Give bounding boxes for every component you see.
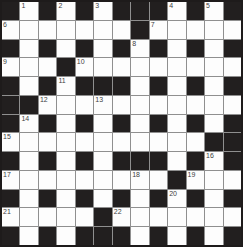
- black-cell-r3c13: [224, 40, 241, 58]
- cell-r8c4[interactable]: [57, 133, 74, 151]
- crossword-page: 12345678910111213141516171819202122: [0, 0, 243, 247]
- cell-r5c8[interactable]: [131, 77, 148, 95]
- cell-r3c6[interactable]: [94, 40, 111, 58]
- cell-r8c8[interactable]: [131, 133, 148, 151]
- cell-r4c2[interactable]: [20, 58, 37, 76]
- cell-r10c7[interactable]: [113, 171, 130, 189]
- cell-r8c7[interactable]: [113, 133, 130, 151]
- cell-r2c13[interactable]: [224, 21, 241, 39]
- cell-r6c4[interactable]: [57, 96, 74, 114]
- cell-r13c8[interactable]: [131, 227, 148, 245]
- cell-r12c13[interactable]: [224, 208, 241, 226]
- cell-r13c2[interactable]: [20, 227, 37, 245]
- cell-r9c4[interactable]: [57, 152, 74, 170]
- cell-r10c9[interactable]: [150, 171, 167, 189]
- cell-r8c5[interactable]: [76, 133, 93, 151]
- cell-r4c1[interactable]: 9: [2, 58, 19, 76]
- black-cell-r13c11: [187, 227, 204, 245]
- cell-r13c10[interactable]: [168, 227, 185, 245]
- cell-r4c5[interactable]: 10: [76, 58, 93, 76]
- clue-number-11: 11: [58, 77, 65, 85]
- cell-r2c9[interactable]: 7: [150, 21, 167, 39]
- cell-r11c8[interactable]: [131, 190, 148, 208]
- black-cell-r3c9: [150, 40, 167, 58]
- black-cell-r13c6: [94, 227, 111, 245]
- cell-r8c2[interactable]: [20, 133, 37, 151]
- black-cell-r13c3: [39, 227, 56, 245]
- cell-r1c6[interactable]: 3: [94, 2, 111, 20]
- cell-r5c12[interactable]: [205, 77, 222, 95]
- black-cell-r1c3: [39, 2, 56, 20]
- black-cell-r9c13: [224, 152, 241, 170]
- cell-r12c3[interactable]: [39, 208, 56, 226]
- cell-r12c12[interactable]: [205, 208, 222, 226]
- cell-r7c2[interactable]: 14: [20, 115, 37, 133]
- cell-r9c10[interactable]: [168, 152, 185, 170]
- clue-number-6: 6: [3, 21, 7, 29]
- cell-r1c2[interactable]: 1: [20, 2, 37, 20]
- black-cell-r1c5: [76, 2, 93, 20]
- black-cell-r6c2: [20, 96, 37, 114]
- cell-r6c13[interactable]: [224, 96, 241, 114]
- cell-r4c10[interactable]: [168, 58, 185, 76]
- clue-number-1: 1: [21, 2, 25, 10]
- cell-r2c1[interactable]: 6: [2, 21, 19, 39]
- cell-r2c7[interactable]: [113, 21, 130, 39]
- black-cell-r1c9: [150, 2, 167, 20]
- cell-r1c10[interactable]: 4: [168, 2, 185, 20]
- black-cell-r1c1: [2, 2, 19, 20]
- cell-r2c2[interactable]: [20, 21, 37, 39]
- clue-number-13: 13: [95, 96, 103, 104]
- cell-r13c12[interactable]: [205, 227, 222, 245]
- cell-r4c9[interactable]: [150, 58, 167, 76]
- black-cell-r7c3: [39, 115, 56, 133]
- black-cell-r9c5: [76, 152, 93, 170]
- cell-r8c10[interactable]: [168, 133, 185, 151]
- cell-r11c2[interactable]: [20, 190, 37, 208]
- cell-r6c5[interactable]: [76, 96, 93, 114]
- black-cell-r11c7: [113, 190, 130, 208]
- black-cell-r9c9: [150, 152, 167, 170]
- clue-number-10: 10: [77, 58, 85, 66]
- clue-number-4: 4: [169, 2, 173, 10]
- cell-r8c9[interactable]: [150, 133, 167, 151]
- black-cell-r5c1: [2, 77, 19, 95]
- cell-r10c6[interactable]: [94, 171, 111, 189]
- black-cell-r5c6: [94, 77, 111, 95]
- black-cell-r5c3: [39, 77, 56, 95]
- black-cell-r1c11: [187, 2, 204, 20]
- cell-r3c12[interactable]: [205, 40, 222, 58]
- cell-r10c3[interactable]: [39, 171, 56, 189]
- black-cell-r5c11: [187, 77, 204, 95]
- black-cell-r7c9: [150, 115, 167, 133]
- black-cell-r5c9: [150, 77, 167, 95]
- cell-r9c6[interactable]: [94, 152, 111, 170]
- clue-number-15: 15: [3, 133, 11, 141]
- black-cell-r7c13: [224, 115, 241, 133]
- black-cell-r11c11: [187, 190, 204, 208]
- black-cell-r1c7: [113, 2, 130, 20]
- cell-r3c2[interactable]: [20, 40, 37, 58]
- cell-r2c11[interactable]: [187, 21, 204, 39]
- cell-r8c3[interactable]: [39, 133, 56, 151]
- cell-r12c1[interactable]: 21: [2, 208, 19, 226]
- cell-r11c12[interactable]: [205, 190, 222, 208]
- cell-r6c7[interactable]: [113, 96, 130, 114]
- cell-r6c9[interactable]: [150, 96, 167, 114]
- black-cell-r11c9: [150, 190, 167, 208]
- cell-r10c12[interactable]: [205, 171, 222, 189]
- cell-r4c12[interactable]: [205, 58, 222, 76]
- black-cell-r7c7: [113, 115, 130, 133]
- black-cell-r9c1: [2, 152, 19, 170]
- clue-number-17: 17: [3, 171, 11, 179]
- cell-r6c12[interactable]: [205, 96, 222, 114]
- cell-r12c7[interactable]: 22: [113, 208, 130, 226]
- clue-number-8: 8: [132, 40, 136, 48]
- clue-number-3: 3: [95, 2, 99, 10]
- black-cell-r1c13: [224, 2, 241, 20]
- cell-r6c3[interactable]: 12: [39, 96, 56, 114]
- black-cell-r3c3: [39, 40, 56, 58]
- cell-r9c2[interactable]: [20, 152, 37, 170]
- black-cell-r8c12: [205, 133, 222, 151]
- cell-r13c4[interactable]: [57, 227, 74, 245]
- black-cell-r9c7: [113, 152, 130, 170]
- clue-number-22: 22: [114, 208, 122, 216]
- cell-r4c6[interactable]: [94, 58, 111, 76]
- black-cell-r4c4: [57, 58, 74, 76]
- black-cell-r7c1: [2, 115, 19, 133]
- cell-r10c11[interactable]: 19: [187, 171, 204, 189]
- black-cell-r8c13: [224, 133, 241, 151]
- cell-r8c6[interactable]: [94, 133, 111, 151]
- cell-r12c2[interactable]: [20, 208, 37, 226]
- clue-number-19: 19: [188, 171, 196, 179]
- black-cell-r1c8: [131, 2, 148, 20]
- cell-r3c10[interactable]: [168, 40, 185, 58]
- clue-number-20: 20: [169, 190, 177, 198]
- cell-r6c11[interactable]: [187, 96, 204, 114]
- cell-r7c12[interactable]: [205, 115, 222, 133]
- clue-number-2: 2: [58, 2, 62, 10]
- cell-r7c10[interactable]: [168, 115, 185, 133]
- black-cell-r9c8: [131, 152, 148, 170]
- cell-r10c1[interactable]: 17: [2, 171, 19, 189]
- cell-r4c7[interactable]: [113, 58, 130, 76]
- cell-r10c4[interactable]: [57, 171, 74, 189]
- black-cell-r11c13: [224, 190, 241, 208]
- black-cell-r12c6: [94, 208, 111, 226]
- clue-number-7: 7: [151, 21, 155, 29]
- cell-r3c4[interactable]: [57, 40, 74, 58]
- cell-r2c10[interactable]: [168, 21, 185, 39]
- black-cell-r10c10: [168, 171, 185, 189]
- cell-r7c8[interactable]: [131, 115, 148, 133]
- cell-r8c11[interactable]: [187, 133, 204, 151]
- cell-r2c6[interactable]: [94, 21, 111, 39]
- cell-r2c3[interactable]: [39, 21, 56, 39]
- clue-number-14: 14: [21, 115, 29, 123]
- clue-number-9: 9: [3, 58, 7, 66]
- cell-r2c12[interactable]: [205, 21, 222, 39]
- black-cell-r13c13: [224, 227, 241, 245]
- black-cell-r5c5: [76, 77, 93, 95]
- cell-r8c1[interactable]: 15: [2, 133, 19, 151]
- black-cell-r13c1: [2, 227, 19, 245]
- cell-r1c4[interactable]: 2: [57, 2, 74, 20]
- cell-r12c9[interactable]: [150, 208, 167, 226]
- crossword-grid: 12345678910111213141516171819202122: [0, 0, 243, 247]
- cell-r4c8[interactable]: [131, 58, 148, 76]
- black-cell-r9c11: [187, 152, 204, 170]
- cell-r7c6[interactable]: [94, 115, 111, 133]
- cell-r12c5[interactable]: [76, 208, 93, 226]
- cell-r5c10[interactable]: [168, 77, 185, 95]
- clue-number-16: 16: [206, 152, 214, 160]
- cell-r5c2[interactable]: [20, 77, 37, 95]
- black-cell-r7c5: [76, 115, 93, 133]
- cell-r1c12[interactable]: 5: [205, 2, 222, 20]
- clue-number-5: 5: [206, 2, 210, 10]
- cell-r4c13[interactable]: [224, 58, 241, 76]
- black-cell-r3c11: [187, 40, 204, 58]
- cell-r11c10[interactable]: 20: [168, 190, 185, 208]
- cell-r12c10[interactable]: [168, 208, 185, 226]
- black-cell-r5c13: [224, 77, 241, 95]
- cell-r10c2[interactable]: [20, 171, 37, 189]
- cell-r4c3[interactable]: [39, 58, 56, 76]
- black-cell-r9c3: [39, 152, 56, 170]
- cell-r9c12[interactable]: 16: [205, 152, 222, 170]
- black-cell-r13c9: [150, 227, 167, 245]
- black-cell-r6c1: [2, 96, 19, 114]
- cell-r12c8[interactable]: [131, 208, 148, 226]
- cell-r10c13[interactable]: [224, 171, 241, 189]
- cell-r2c5[interactable]: [76, 21, 93, 39]
- black-cell-r13c5: [76, 227, 93, 245]
- cell-r10c8[interactable]: 18: [131, 171, 148, 189]
- cell-r2c4[interactable]: [57, 21, 74, 39]
- black-cell-r11c1: [2, 190, 19, 208]
- clue-number-12: 12: [40, 96, 48, 104]
- cell-r11c6[interactable]: [94, 190, 111, 208]
- cell-r6c10[interactable]: [168, 96, 185, 114]
- black-cell-r3c1: [2, 40, 19, 58]
- black-cell-r7c11: [187, 115, 204, 133]
- cell-r4c11[interactable]: [187, 58, 204, 76]
- black-cell-r11c5: [76, 190, 93, 208]
- cell-r7c4[interactable]: [57, 115, 74, 133]
- black-cell-r5c7: [113, 77, 130, 95]
- cell-r6c8[interactable]: [131, 96, 148, 114]
- black-cell-r13c7: [113, 227, 130, 245]
- cell-r12c11[interactable]: [187, 208, 204, 226]
- clue-number-21: 21: [3, 208, 11, 216]
- cell-r10c5[interactable]: [76, 171, 93, 189]
- cell-r12c4[interactable]: [57, 208, 74, 226]
- cell-r6c6[interactable]: 13: [94, 96, 111, 114]
- black-cell-r2c8: [131, 21, 148, 39]
- cell-r3c8[interactable]: 8: [131, 40, 148, 58]
- cell-r11c4[interactable]: [57, 190, 74, 208]
- black-cell-r3c7: [113, 40, 130, 58]
- clue-number-18: 18: [132, 171, 140, 179]
- black-cell-r11c3: [39, 190, 56, 208]
- black-cell-r3c5: [76, 40, 93, 58]
- cell-r5c4[interactable]: 11: [57, 77, 74, 95]
